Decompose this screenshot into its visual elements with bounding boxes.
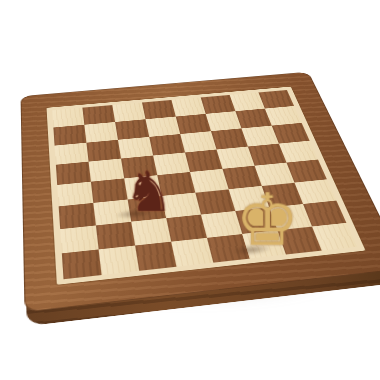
- square-a1: [62, 249, 102, 279]
- square-d6: [149, 134, 185, 155]
- wood-frame: ♞♚: [21, 72, 380, 313]
- square-b2: [96, 222, 135, 250]
- square-h6: [272, 123, 310, 144]
- square-c2: [131, 218, 171, 245]
- maple-border: ♞♚: [47, 87, 366, 285]
- squares-grid: ♞♚: [52, 90, 357, 279]
- square-d2: [166, 215, 207, 242]
- white-king: ♚: [235, 189, 299, 253]
- square-a6: [55, 143, 89, 165]
- chess-board: ♞♚: [21, 72, 380, 313]
- square-b8: [82, 105, 115, 125]
- square-a5: [56, 162, 91, 185]
- square-e4: [190, 169, 229, 193]
- black-knight: ♞: [123, 167, 173, 217]
- square-b1: [99, 246, 140, 275]
- square-c1: [135, 242, 176, 271]
- square-e3: [195, 189, 235, 214]
- square-h7: [265, 106, 302, 126]
- square-h2: [303, 201, 346, 227]
- square-c8: [112, 103, 145, 122]
- square-d1: [171, 238, 213, 267]
- photo-scene: ♞♚: [0, 0, 380, 380]
- square-g5: [248, 144, 287, 166]
- square-f1: ♚: [242, 230, 286, 258]
- square-c6: [118, 137, 153, 159]
